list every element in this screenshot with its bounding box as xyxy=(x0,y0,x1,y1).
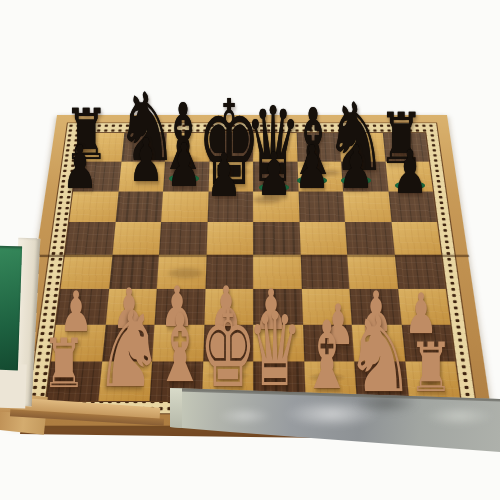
green-felt-box xyxy=(0,238,46,410)
piece-black-pawn-a7[interactable]: ♟ xyxy=(62,137,98,197)
square-d4[interactable] xyxy=(253,222,300,254)
square-f4[interactable] xyxy=(159,222,207,254)
square-g4[interactable] xyxy=(112,222,161,254)
piece-black-pawn-c7[interactable]: ♟ xyxy=(166,135,202,195)
square-e4[interactable] xyxy=(206,222,253,254)
piece-white-rook-a1[interactable]: ♜ xyxy=(42,330,86,398)
photo-scene: ♜♞♝♚♛♝♞♜♟♟♟♟♟♟♟♟♟♟♟♟♟♟♟♟♜♞♝♚♛♝♞♜ xyxy=(0,0,500,500)
piece-black-pawn-g7[interactable]: ♟ xyxy=(338,137,374,197)
piece-white-knight-g1[interactable]: ♞ xyxy=(345,302,415,408)
piece-black-pawn-h7[interactable]: ♟ xyxy=(392,142,428,202)
square-b4[interactable] xyxy=(345,222,394,254)
square-h4[interactable] xyxy=(65,222,115,254)
chrome-smudge xyxy=(424,406,494,426)
piece-black-pawn-d7[interactable]: ♟ xyxy=(206,145,242,205)
piece-black-pawn-e7[interactable]: ♟ xyxy=(256,144,292,204)
piece-black-pawn-b7[interactable]: ♟ xyxy=(128,130,164,190)
square-c4[interactable] xyxy=(299,222,347,254)
piece-white-knight-b1[interactable]: ♞ xyxy=(94,297,164,403)
piece-black-pawn-f7[interactable]: ♟ xyxy=(294,137,330,197)
piece-white-rook-h1[interactable]: ♜ xyxy=(409,334,453,402)
board-fold-seam xyxy=(37,255,469,258)
square-a4[interactable] xyxy=(391,222,441,254)
square-c5[interactable] xyxy=(300,255,349,289)
square-g3[interactable] xyxy=(115,191,163,222)
piece-white-king-d1[interactable]: ♚ xyxy=(199,297,256,403)
chrome-smudge xyxy=(218,408,272,424)
